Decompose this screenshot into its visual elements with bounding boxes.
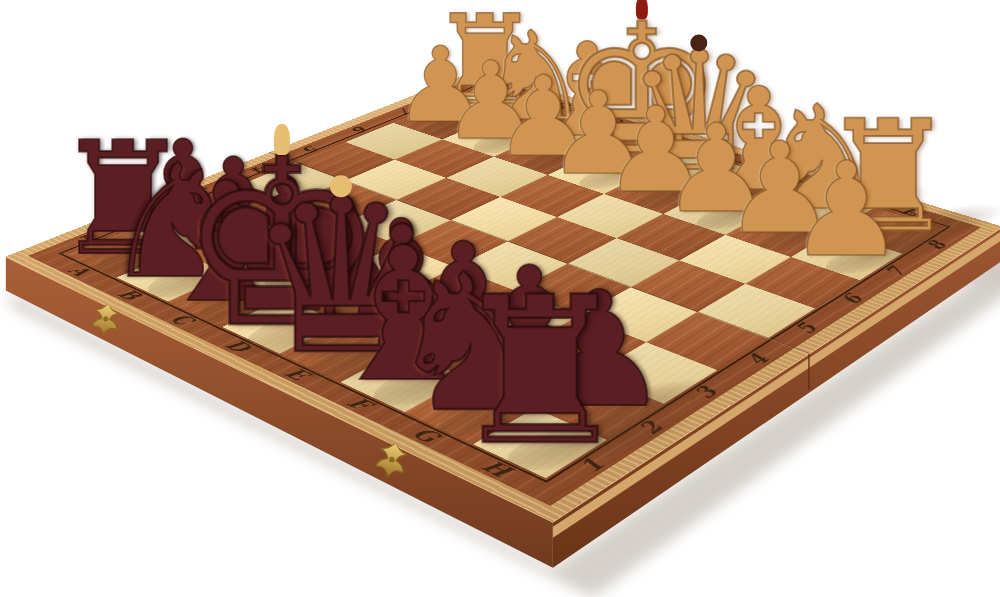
king-finial (274, 124, 290, 154)
piece-dark-rook-h1[interactable]: ♜ (449, 270, 632, 474)
pieces-layer: ♜♞♝♚♛♝♞♜♟♟♟♟♟♟♟♟♟♟♟♟♟♟♟♟♜♞♝♚♛♝♞♜ (0, 0, 1000, 597)
piece-light-pawn-h7[interactable]: ♟ (788, 145, 905, 276)
queen-finial (330, 175, 352, 197)
queen-finial (690, 34, 707, 51)
scene: AABBCCDDEEFFGGHH1122334455667788 ♜♞♝♚♛♝♞… (0, 0, 1000, 597)
